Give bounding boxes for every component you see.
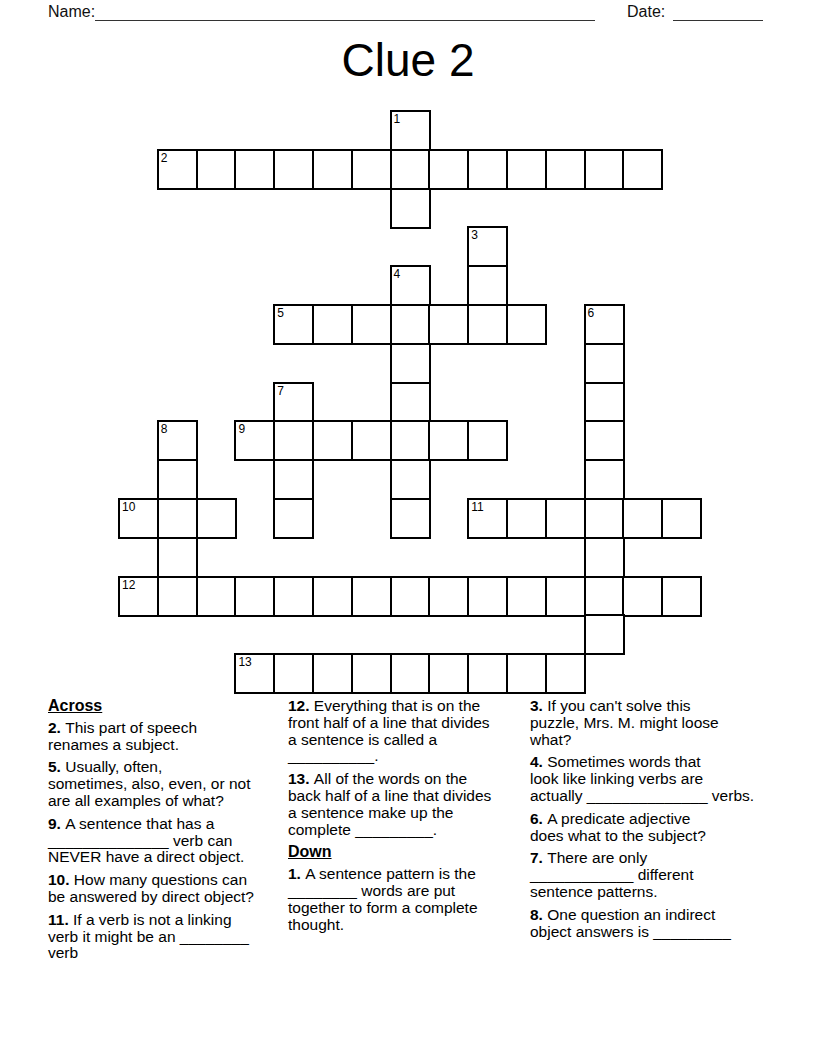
clue-text: Usually, often, sometimes, also, even, o…: [48, 758, 250, 809]
clue-number-11: 11: [471, 501, 483, 513]
clue-across-2: 2. This part of speech renames a subject…: [48, 720, 286, 754]
grid-cell-r14c8[interactable]: [428, 653, 469, 694]
clue-across-12: 12. Everything that is on the front half…: [288, 698, 528, 765]
clue-number-9: 9: [238, 423, 245, 435]
clue-number-8: 8: [161, 423, 168, 435]
clue-number-13: 13: [238, 656, 251, 668]
clue-down-7: 7. There are only ____________ different…: [530, 850, 780, 900]
grid-cell-r1c11[interactable]: [545, 149, 586, 190]
grid-cell-r10c11[interactable]: [545, 498, 586, 539]
clue-text: If you can't solve this puzzle, Mrs. M. …: [530, 697, 719, 748]
grid-cell-r10c10[interactable]: [506, 498, 547, 539]
grid-cell-r12c9[interactable]: [467, 576, 508, 617]
grid-cell-r12c7[interactable]: [390, 576, 431, 617]
clue-text: How many questions can be answered by di…: [48, 871, 254, 905]
page-title: Clue 2: [0, 33, 816, 87]
clue-number-10: 10: [122, 501, 135, 513]
clue-number-label: 13.: [288, 770, 314, 787]
grid-cell-r4c9[interactable]: [467, 265, 508, 306]
clue-number-label: 8.: [530, 906, 547, 923]
clue-down-3: 3. If you can't solve this puzzle, Mrs. …: [530, 698, 780, 748]
grid-cell-r11c1[interactable]: [157, 537, 198, 578]
down-heading: Down: [288, 844, 528, 861]
clue-down-8: 8. One question an indirect object answe…: [530, 907, 780, 941]
clue-number-4: 4: [394, 268, 401, 280]
grid-cell-r12c5[interactable]: [312, 576, 353, 617]
clue-text: Everything that is on the front half of …: [288, 697, 490, 764]
grid-cell-r8c9[interactable]: [467, 420, 508, 461]
clue-text: One question an indirect object answers …: [530, 906, 731, 940]
grid-cell-r12c6[interactable]: [351, 576, 392, 617]
grid-cell-r12c11[interactable]: [545, 576, 586, 617]
grid-cell-r10c14[interactable]: [661, 498, 702, 539]
grid-cell-r12c1[interactable]: [157, 576, 198, 617]
grid-cell-r9c7[interactable]: [390, 459, 431, 500]
grid-cell-r12c10[interactable]: [506, 576, 547, 617]
clue-text: This part of speech renames a subject.: [48, 719, 197, 753]
grid-cell-r6c7[interactable]: [390, 343, 431, 384]
grid-cell-r9c1[interactable]: [157, 459, 198, 500]
grid-cell-r10c2[interactable]: [196, 498, 237, 539]
clue-across-10: 10. How many questions can be answered b…: [48, 872, 286, 906]
grid-cell-r5c5[interactable]: [312, 304, 353, 345]
clue-number-label: 11.: [48, 911, 73, 928]
clue-number-label: 5.: [48, 758, 65, 775]
grid-cell-r8c7[interactable]: [390, 420, 431, 461]
clue-column-3: 3. If you can't solve this puzzle, Mrs. …: [530, 698, 780, 946]
grid-cell-r5c10[interactable]: [506, 304, 547, 345]
grid-cell-r12c4[interactable]: [273, 576, 314, 617]
clue-number-label: 1.: [288, 865, 305, 882]
worksheet-page: { "game": "crossword", "position": "####…: [0, 0, 816, 1056]
clue-number-label: 6.: [530, 810, 547, 827]
grid-cell-r7c7[interactable]: [390, 382, 431, 423]
grid-cell-r1c3[interactable]: [234, 149, 275, 190]
grid-cell-r1c4[interactable]: [273, 149, 314, 190]
clue-text: Sometimes words that look like linking v…: [530, 753, 754, 804]
clue-number-6: 6: [588, 307, 595, 319]
grid-cell-r1c13[interactable]: [622, 149, 663, 190]
grid-cell-r1c5[interactable]: [312, 149, 353, 190]
grid-cell-r10c12[interactable]: [584, 498, 625, 539]
grid-cell-r1c9[interactable]: [467, 149, 508, 190]
grid-cell-r5c8[interactable]: [428, 304, 469, 345]
clue-number-5: 5: [277, 307, 284, 319]
grid-cell-r12c13[interactable]: [622, 576, 663, 617]
clue-across-13: 13. All of the words on the back half of…: [288, 771, 528, 838]
grid-cell-r8c4[interactable]: [273, 420, 314, 461]
grid-cell-r1c10[interactable]: [506, 149, 547, 190]
grid-cell-r1c12[interactable]: [584, 149, 625, 190]
grid-cell-r1c7[interactable]: [390, 149, 431, 190]
clue-number-2: 2: [161, 152, 168, 164]
grid-cell-r11c12[interactable]: [584, 537, 625, 578]
grid-cell-r2c7[interactable]: [390, 188, 431, 229]
grid-cell-r14c10[interactable]: [506, 653, 547, 694]
date-write-line[interactable]: [673, 2, 763, 21]
clue-number-label: 2.: [48, 719, 65, 736]
grid-cell-r12c2[interactable]: [196, 576, 237, 617]
grid-cell-r5c7[interactable]: [390, 304, 431, 345]
grid-cell-r14c9[interactable]: [467, 653, 508, 694]
grid-cell-r14c6[interactable]: [351, 653, 392, 694]
clue-number-7: 7: [277, 385, 284, 397]
clue-column-2: 12. Everything that is on the front half…: [288, 698, 528, 939]
clue-down-6: 6. A predicate adjective does what to th…: [530, 811, 780, 845]
grid-cell-r12c12[interactable]: [584, 576, 625, 617]
clue-number-label: 9.: [48, 815, 65, 832]
clue-text: There are only ____________ different se…: [530, 849, 693, 900]
clue-number-label: 7.: [530, 849, 547, 866]
grid-cell-r12c8[interactable]: [428, 576, 469, 617]
grid-cell-r14c11[interactable]: [545, 653, 586, 694]
grid-cell-r14c7[interactable]: [390, 653, 431, 694]
grid-cell-r13c12[interactable]: [584, 614, 625, 655]
clue-across-9: 9. A sentence that has a ______________ …: [48, 816, 286, 866]
clue-across-11: 11. If a verb is not a linking verb it m…: [48, 912, 286, 962]
grid-cell-r14c5[interactable]: [312, 653, 353, 694]
clue-number-12: 12: [122, 579, 135, 591]
grid-cell-r6c12[interactable]: [584, 343, 625, 384]
clue-number-1: 1: [394, 113, 401, 125]
across-heading: Across: [48, 698, 286, 715]
clue-number-label: 12.: [288, 697, 314, 714]
grid-cell-r10c13[interactable]: [622, 498, 663, 539]
clue-down-1: 1. A sentence pattern is the ________ wo…: [288, 866, 528, 933]
crossword-grid: 12345678910111213: [118, 110, 702, 694]
clue-text: A predicate adjective does what to the s…: [530, 810, 706, 844]
clue-column-1: Across2. This part of speech renames a s…: [48, 698, 286, 968]
clue-across-5: 5. Usually, often, sometimes, also, even…: [48, 759, 286, 809]
grid-cell-r5c6[interactable]: [351, 304, 392, 345]
grid-cell-r8c5[interactable]: [312, 420, 353, 461]
clue-number-3: 3: [471, 229, 478, 241]
grid-cell-r8c6[interactable]: [351, 420, 392, 461]
clue-text: All of the words on the back half of a l…: [288, 770, 491, 837]
name-write-line[interactable]: [95, 2, 595, 21]
clue-text: A sentence pattern is the ________ words…: [288, 865, 478, 932]
grid-cell-r10c7[interactable]: [390, 498, 431, 539]
clue-text: If a verb is not a linking verb it might…: [48, 911, 249, 962]
grid-cell-r1c6[interactable]: [351, 149, 392, 190]
grid-cell-r1c8[interactable]: [428, 149, 469, 190]
grid-cell-r1c2[interactable]: [196, 149, 237, 190]
date-label: Date:: [627, 3, 665, 21]
clue-down-4: 4. Sometimes words that look like linkin…: [530, 754, 780, 804]
grid-cell-r5c9[interactable]: [467, 304, 508, 345]
grid-cell-r10c4[interactable]: [273, 498, 314, 539]
grid-cell-r8c8[interactable]: [428, 420, 469, 461]
clue-number-label: 10.: [48, 871, 74, 888]
grid-cell-r7c12[interactable]: [584, 382, 625, 423]
grid-cell-r12c3[interactable]: [234, 576, 275, 617]
grid-cell-r9c4[interactable]: [273, 459, 314, 500]
grid-cell-r8c12[interactable]: [584, 420, 625, 461]
grid-cell-r12c14[interactable]: [661, 576, 702, 617]
clue-number-label: 3.: [530, 697, 547, 714]
grid-cell-r9c12[interactable]: [584, 459, 625, 500]
clue-text: A sentence that has a ______________ ver…: [48, 815, 244, 866]
grid-cell-r14c4[interactable]: [273, 653, 314, 694]
grid-cell-r10c1[interactable]: [157, 498, 198, 539]
clue-number-label: 4.: [530, 753, 547, 770]
name-label: Name:: [48, 3, 95, 21]
